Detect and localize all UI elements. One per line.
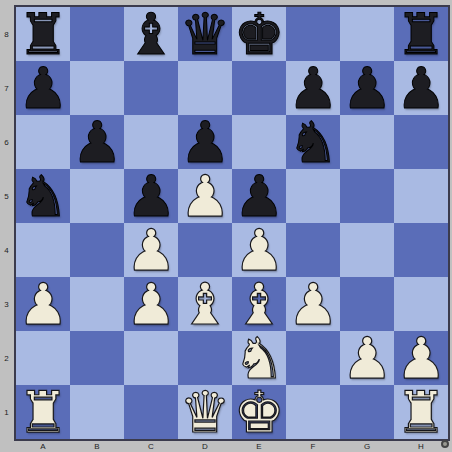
- white-bishop-e3[interactable]: ♝: [233, 277, 284, 331]
- white-pawn-h2[interactable]: ♟: [395, 331, 446, 385]
- black-pawn-b6[interactable]: ♟: [71, 115, 122, 169]
- black-pawn-g7[interactable]: ♟: [341, 61, 392, 115]
- file-label-f: F: [286, 441, 340, 452]
- square-g4[interactable]: [340, 223, 394, 277]
- square-f6[interactable]: ♞: [286, 115, 340, 169]
- square-f3[interactable]: ♟: [286, 277, 340, 331]
- white-pawn-g2[interactable]: ♟: [341, 331, 392, 385]
- square-c4[interactable]: ♟: [124, 223, 178, 277]
- square-d6[interactable]: ♟: [178, 115, 232, 169]
- rank-label-1: 1: [0, 385, 13, 439]
- square-b2[interactable]: [70, 331, 124, 385]
- square-g8[interactable]: [340, 7, 394, 61]
- square-c7[interactable]: [124, 61, 178, 115]
- white-pawn-e4[interactable]: ♟: [233, 223, 284, 277]
- black-knight-a5[interactable]: ♞: [17, 169, 68, 223]
- black-pawn-a7[interactable]: ♟: [17, 61, 68, 115]
- square-e2[interactable]: ♞: [232, 331, 286, 385]
- square-h2[interactable]: ♟: [394, 331, 448, 385]
- rank-label-6: 6: [0, 115, 13, 169]
- black-king-e8[interactable]: ♚: [233, 7, 284, 61]
- square-d3[interactable]: ♝: [178, 277, 232, 331]
- square-g3[interactable]: [340, 277, 394, 331]
- black-knight-f6[interactable]: ♞: [287, 115, 338, 169]
- square-b3[interactable]: [70, 277, 124, 331]
- square-g1[interactable]: [340, 385, 394, 439]
- black-pawn-e5[interactable]: ♟: [233, 169, 284, 223]
- file-label-b: B: [70, 441, 124, 452]
- white-queen-d1[interactable]: ♛: [179, 385, 230, 439]
- square-g6[interactable]: [340, 115, 394, 169]
- square-c2[interactable]: [124, 331, 178, 385]
- square-d2[interactable]: [178, 331, 232, 385]
- white-king-e1[interactable]: ♚: [233, 385, 284, 439]
- square-f1[interactable]: [286, 385, 340, 439]
- square-d1[interactable]: ♛: [178, 385, 232, 439]
- square-d5[interactable]: ♟: [178, 169, 232, 223]
- square-e7[interactable]: [232, 61, 286, 115]
- rank-label-3: 3: [0, 277, 13, 331]
- square-h8[interactable]: ♜: [394, 7, 448, 61]
- square-b8[interactable]: [70, 7, 124, 61]
- square-e5[interactable]: ♟: [232, 169, 286, 223]
- white-pawn-d5[interactable]: ♟: [179, 169, 230, 223]
- white-pawn-a3[interactable]: ♟: [17, 277, 68, 331]
- square-c8[interactable]: ♝: [124, 7, 178, 61]
- square-a2[interactable]: [16, 331, 70, 385]
- square-h6[interactable]: [394, 115, 448, 169]
- file-label-e: E: [232, 441, 286, 452]
- white-pawn-f3[interactable]: ♟: [287, 277, 338, 331]
- black-bishop-c8[interactable]: ♝: [125, 7, 176, 61]
- square-a8[interactable]: ♜: [16, 7, 70, 61]
- rank-label-2: 2: [0, 331, 13, 385]
- white-knight-e2[interactable]: ♞: [233, 331, 284, 385]
- file-label-a: A: [16, 441, 70, 452]
- rank-label-4: 4: [0, 223, 13, 277]
- black-pawn-d6[interactable]: ♟: [179, 115, 230, 169]
- white-pawn-c4[interactable]: ♟: [125, 223, 176, 277]
- square-a1[interactable]: ♜: [16, 385, 70, 439]
- square-f5[interactable]: [286, 169, 340, 223]
- square-b4[interactable]: [70, 223, 124, 277]
- square-e4[interactable]: ♟: [232, 223, 286, 277]
- file-label-c: C: [124, 441, 178, 452]
- black-queen-d8[interactable]: ♛: [179, 7, 230, 61]
- square-g2[interactable]: ♟: [340, 331, 394, 385]
- square-e8[interactable]: ♚: [232, 7, 286, 61]
- square-f4[interactable]: [286, 223, 340, 277]
- square-c5[interactable]: ♟: [124, 169, 178, 223]
- square-h1[interactable]: ♜: [394, 385, 448, 439]
- square-b6[interactable]: ♟: [70, 115, 124, 169]
- white-bishop-d3[interactable]: ♝: [179, 277, 230, 331]
- square-g7[interactable]: ♟: [340, 61, 394, 115]
- black-rook-a8[interactable]: ♜: [17, 7, 68, 61]
- black-pawn-h7[interactable]: ♟: [395, 61, 446, 115]
- square-b1[interactable]: [70, 385, 124, 439]
- white-pawn-c3[interactable]: ♟: [125, 277, 176, 331]
- square-a3[interactable]: ♟: [16, 277, 70, 331]
- square-e1[interactable]: ♚: [232, 385, 286, 439]
- black-pawn-f7[interactable]: ♟: [287, 61, 338, 115]
- square-a7[interactable]: ♟: [16, 61, 70, 115]
- rank-label-7: 7: [0, 61, 13, 115]
- rank-label-8: 8: [0, 7, 13, 61]
- square-c1[interactable]: [124, 385, 178, 439]
- black-rook-h8[interactable]: ♜: [395, 7, 446, 61]
- square-h5[interactable]: [394, 169, 448, 223]
- black-pawn-c5[interactable]: ♟: [125, 169, 176, 223]
- file-label-g: G: [340, 441, 394, 452]
- square-d7[interactable]: [178, 61, 232, 115]
- white-rook-h1[interactable]: ♜: [395, 385, 446, 439]
- square-h3[interactable]: [394, 277, 448, 331]
- square-a5[interactable]: ♞: [16, 169, 70, 223]
- file-label-h: H: [394, 441, 448, 452]
- rank-label-5: 5: [0, 169, 13, 223]
- square-d4[interactable]: [178, 223, 232, 277]
- square-e3[interactable]: ♝: [232, 277, 286, 331]
- white-to-move-indicator: [441, 440, 449, 448]
- square-b5[interactable]: [70, 169, 124, 223]
- white-rook-a1[interactable]: ♜: [17, 385, 68, 439]
- square-f8[interactable]: [286, 7, 340, 61]
- board: ♜♝♛♚♜♟♟♟♟♟♟♞♞♟♟♟♟♟♟♟♝♝♟♞♟♟♜♛♚♜: [14, 5, 450, 441]
- square-b7[interactable]: [70, 61, 124, 115]
- square-a4[interactable]: [16, 223, 70, 277]
- square-h7[interactable]: ♟: [394, 61, 448, 115]
- square-e6[interactable]: [232, 115, 286, 169]
- square-a6[interactable]: [16, 115, 70, 169]
- square-f7[interactable]: ♟: [286, 61, 340, 115]
- square-h4[interactable]: [394, 223, 448, 277]
- chessboard-panel: ♜♝♛♚♜♟♟♟♟♟♟♞♞♟♟♟♟♟♟♟♝♝♟♞♟♟♜♛♚♜ 87654321 …: [0, 0, 452, 452]
- file-label-d: D: [178, 441, 232, 452]
- square-c3[interactable]: ♟: [124, 277, 178, 331]
- square-c6[interactable]: [124, 115, 178, 169]
- square-f2[interactable]: [286, 331, 340, 385]
- square-g5[interactable]: [340, 169, 394, 223]
- square-d8[interactable]: ♛: [178, 7, 232, 61]
